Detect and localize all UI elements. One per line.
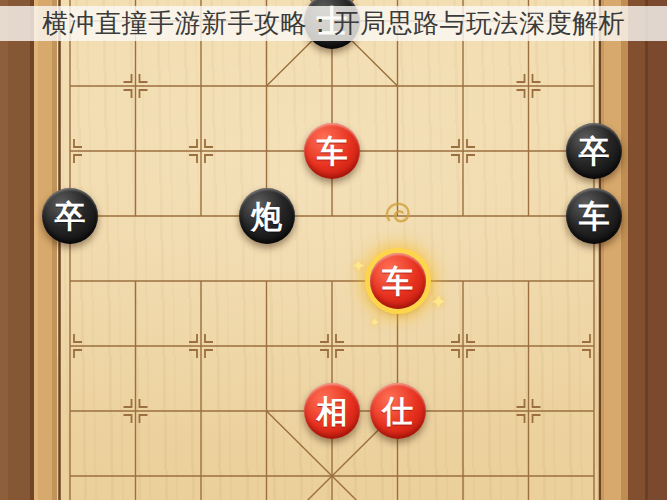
piece-black-soldier-2[interactable]: 卒 [42, 188, 98, 244]
game-screenshot-root: 士车卒卒炮车车✦✦✦相仕 横冲直撞手游新手攻略：开局思路与玩法深度解析 [0, 0, 667, 500]
article-title: 横冲直撞手游新手攻略：开局思路与玩法深度解析 [42, 6, 625, 41]
piece-black-cannon[interactable]: 炮 [239, 188, 295, 244]
piece-red-chariot-1[interactable]: 车 [304, 123, 360, 179]
piece-black-soldier-1[interactable]: 卒 [566, 123, 622, 179]
piece-glyph: 车 [317, 136, 348, 167]
piece-glyph: 仕 [382, 396, 413, 427]
sparkle-icon: ✦ [431, 293, 446, 311]
piece-red-elephant[interactable]: 相 [304, 383, 360, 439]
piece-layer: 士车卒卒炮车车✦✦✦相仕 [0, 0, 667, 500]
piece-black-chariot[interactable]: 车 [566, 188, 622, 244]
piece-glyph: 炮 [251, 201, 282, 232]
piece-glyph: 卒 [55, 201, 86, 232]
piece-red-chariot-2[interactable]: 车 [370, 253, 426, 309]
article-title-banner: 横冲直撞手游新手攻略：开局思路与玩法深度解析 [0, 6, 667, 41]
sparkle-icon: ✦ [352, 258, 365, 273]
piece-red-advisor[interactable]: 仕 [370, 383, 426, 439]
sparkle-icon: ✦ [370, 317, 379, 328]
piece-glyph: 车 [382, 266, 413, 297]
piece-glyph: 卒 [579, 136, 610, 167]
piece-glyph: 车 [579, 201, 610, 232]
piece-glyph: 相 [317, 396, 348, 427]
